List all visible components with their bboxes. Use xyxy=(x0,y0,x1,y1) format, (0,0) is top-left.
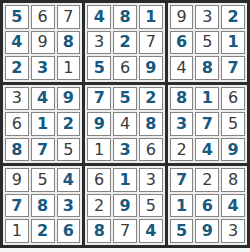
cell-r5c8[interactable]: 7 xyxy=(195,112,219,136)
box-2: 481327569 xyxy=(85,3,164,82)
cell-r6c6[interactable]: 6 xyxy=(139,138,163,162)
cell-r3c4[interactable]: 5 xyxy=(87,56,111,80)
cell-r5c7[interactable]: 3 xyxy=(170,112,194,136)
cell-r6c8[interactable]: 4 xyxy=(195,138,219,162)
cell-r4c7[interactable]: 8 xyxy=(170,87,194,111)
cell-r8c8[interactable]: 6 xyxy=(195,194,219,218)
cell-r9c1[interactable]: 1 xyxy=(5,219,29,243)
cell-r7c9[interactable]: 8 xyxy=(221,168,245,192)
box-3: 932651487 xyxy=(168,3,247,82)
cell-r1c2[interactable]: 6 xyxy=(31,5,55,29)
box-8: 613295874 xyxy=(85,166,164,245)
cell-r7c7[interactable]: 7 xyxy=(170,168,194,192)
cell-r3c8[interactable]: 8 xyxy=(195,56,219,80)
cell-r8c1[interactable]: 7 xyxy=(5,194,29,218)
cell-r7c6[interactable]: 3 xyxy=(139,168,163,192)
cell-r9c7[interactable]: 5 xyxy=(170,219,194,243)
cell-r7c3[interactable]: 4 xyxy=(57,168,81,192)
cell-r2c8[interactable]: 5 xyxy=(195,31,219,55)
cell-r6c2[interactable]: 7 xyxy=(31,138,55,162)
cell-r1c4[interactable]: 4 xyxy=(87,5,111,29)
cell-r3c7[interactable]: 4 xyxy=(170,56,194,80)
cell-r4c4[interactable]: 7 xyxy=(87,87,111,111)
box-6: 816375249 xyxy=(168,85,247,164)
cell-r7c2[interactable]: 5 xyxy=(31,168,55,192)
cell-r6c1[interactable]: 8 xyxy=(5,138,29,162)
box-9: 728164593 xyxy=(168,166,247,245)
cell-r8c4[interactable]: 2 xyxy=(87,194,111,218)
cell-r5c6[interactable]: 8 xyxy=(139,112,163,136)
cell-r9c4[interactable]: 8 xyxy=(87,219,111,243)
cell-r5c9[interactable]: 5 xyxy=(221,112,245,136)
cell-r6c5[interactable]: 3 xyxy=(113,138,137,162)
cell-r1c1[interactable]: 5 xyxy=(5,5,29,29)
cell-r8c5[interactable]: 9 xyxy=(113,194,137,218)
cell-r4c9[interactable]: 6 xyxy=(221,87,245,111)
cell-r8c9[interactable]: 4 xyxy=(221,194,245,218)
sudoku-board: 5674982314813275699326514873496128757529… xyxy=(0,0,250,248)
cell-r6c4[interactable]: 1 xyxy=(87,138,111,162)
cell-r6c7[interactable]: 2 xyxy=(170,138,194,162)
cell-r5c1[interactable]: 6 xyxy=(5,112,29,136)
cell-r3c2[interactable]: 3 xyxy=(31,56,55,80)
cell-r6c9[interactable]: 9 xyxy=(221,138,245,162)
cell-r2c4[interactable]: 3 xyxy=(87,31,111,55)
cell-r1c3[interactable]: 7 xyxy=(57,5,81,29)
cell-r9c8[interactable]: 9 xyxy=(195,219,219,243)
cell-r6c3[interactable]: 5 xyxy=(57,138,81,162)
cell-r3c3[interactable]: 1 xyxy=(57,56,81,80)
cell-r1c7[interactable]: 9 xyxy=(170,5,194,29)
cell-r7c4[interactable]: 6 xyxy=(87,168,111,192)
cell-r3c1[interactable]: 2 xyxy=(5,56,29,80)
cell-r7c1[interactable]: 9 xyxy=(5,168,29,192)
cell-r9c3[interactable]: 6 xyxy=(57,219,81,243)
cell-r2c9[interactable]: 1 xyxy=(221,31,245,55)
box-1: 567498231 xyxy=(3,3,82,82)
cell-r4c1[interactable]: 3 xyxy=(5,87,29,111)
cell-r9c2[interactable]: 2 xyxy=(31,219,55,243)
cell-r9c6[interactable]: 4 xyxy=(139,219,163,243)
cell-r8c3[interactable]: 3 xyxy=(57,194,81,218)
cell-r9c5[interactable]: 7 xyxy=(113,219,137,243)
cell-r5c3[interactable]: 2 xyxy=(57,112,81,136)
cell-r8c7[interactable]: 1 xyxy=(170,194,194,218)
cell-r7c8[interactable]: 2 xyxy=(195,168,219,192)
cell-r1c5[interactable]: 8 xyxy=(113,5,137,29)
cell-r2c7[interactable]: 6 xyxy=(170,31,194,55)
cell-r2c2[interactable]: 9 xyxy=(31,31,55,55)
cell-r3c9[interactable]: 7 xyxy=(221,56,245,80)
box-5: 752948136 xyxy=(85,85,164,164)
cell-r1c9[interactable]: 2 xyxy=(221,5,245,29)
cell-r5c4[interactable]: 9 xyxy=(87,112,111,136)
cell-r1c6[interactable]: 1 xyxy=(139,5,163,29)
cell-r2c1[interactable]: 4 xyxy=(5,31,29,55)
cell-r4c8[interactable]: 1 xyxy=(195,87,219,111)
cell-r2c5[interactable]: 2 xyxy=(113,31,137,55)
cell-r4c2[interactable]: 4 xyxy=(31,87,55,111)
cell-r5c5[interactable]: 4 xyxy=(113,112,137,136)
cell-r2c3[interactable]: 8 xyxy=(57,31,81,55)
cell-r5c2[interactable]: 1 xyxy=(31,112,55,136)
cell-r8c2[interactable]: 8 xyxy=(31,194,55,218)
cell-r3c6[interactable]: 9 xyxy=(139,56,163,80)
cell-r4c3[interactable]: 9 xyxy=(57,87,81,111)
cell-r1c8[interactable]: 3 xyxy=(195,5,219,29)
cell-r2c6[interactable]: 7 xyxy=(139,31,163,55)
cell-r8c6[interactable]: 5 xyxy=(139,194,163,218)
box-7: 954783126 xyxy=(3,166,82,245)
cell-r4c6[interactable]: 2 xyxy=(139,87,163,111)
cell-r4c5[interactable]: 5 xyxy=(113,87,137,111)
cell-r3c5[interactable]: 6 xyxy=(113,56,137,80)
box-4: 349612875 xyxy=(3,85,82,164)
cell-r9c9[interactable]: 3 xyxy=(221,219,245,243)
cell-r7c5[interactable]: 1 xyxy=(113,168,137,192)
